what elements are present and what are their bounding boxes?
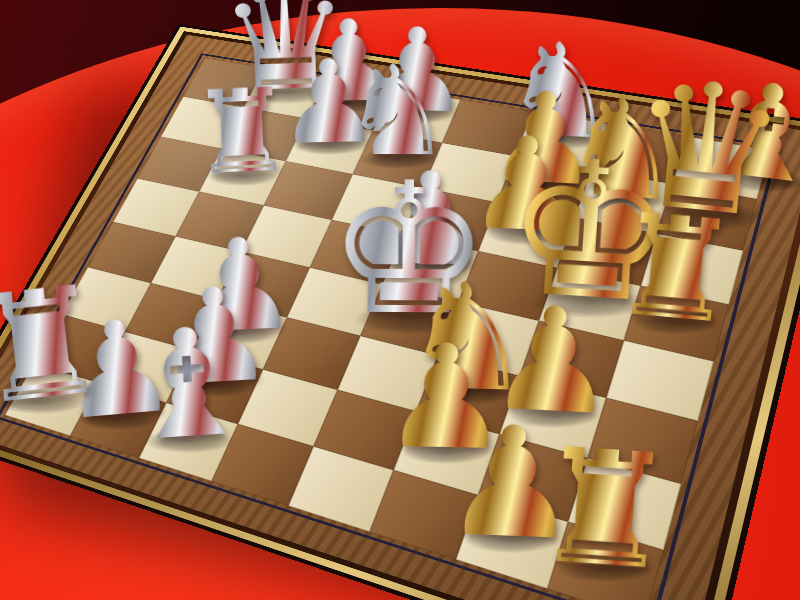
piece-white-rook[interactable]: ♜	[0, 265, 114, 427]
piece-black-rook[interactable]: ♜	[529, 426, 681, 593]
chess-scene: ♚♛♜♞♞♝♟♟♟♟♟♟♟♚♛♜♜♞♞♟♟♟♟♟♜♝	[0, 0, 800, 600]
piece-white-bishop[interactable]: ♝	[117, 306, 260, 463]
piece-black-rook[interactable]: ♜	[607, 194, 745, 345]
